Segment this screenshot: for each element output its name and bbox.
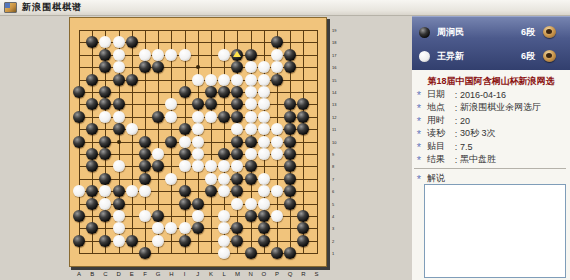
- white-stone: [245, 98, 257, 110]
- black-stone: [99, 98, 111, 110]
- white-stone: [113, 222, 125, 234]
- black-stone: [231, 185, 243, 197]
- info-row: *用时:20: [414, 114, 568, 127]
- col-coordinate-label: Q: [285, 271, 295, 277]
- white-stone: [165, 222, 177, 234]
- info-value: 新浪围棋业余网选厅: [460, 101, 568, 114]
- go-board-icon: [4, 2, 17, 13]
- black-stone: [139, 148, 151, 160]
- white-stone: [99, 198, 111, 210]
- black-stone: [271, 247, 283, 259]
- white-stone: [179, 136, 191, 148]
- black-stone: [86, 36, 98, 48]
- black-stone: [231, 235, 243, 247]
- black-stone: [99, 173, 111, 185]
- last-move-marker-icon: [233, 51, 241, 57]
- black-stone: [284, 247, 296, 259]
- info-value: 7.5: [460, 142, 568, 152]
- black-stone: [113, 98, 125, 110]
- black-stone: [231, 61, 243, 73]
- black-stone: [99, 49, 111, 61]
- white-stone: [126, 185, 138, 197]
- grid-line-vertical: [317, 30, 318, 254]
- black-stone: [126, 74, 138, 86]
- star-point: [196, 65, 200, 69]
- info-colon: :: [452, 129, 460, 139]
- black-stone: [297, 111, 309, 123]
- black-stone: [284, 198, 296, 210]
- bullet-icon: *: [414, 174, 424, 184]
- white-stone: [165, 173, 177, 185]
- info-value: 30秒 3次: [460, 127, 568, 140]
- black-stone: [139, 136, 151, 148]
- white-stone: [218, 185, 230, 197]
- white-stone: [113, 61, 125, 73]
- black-stone: [86, 74, 98, 86]
- row-coordinate-label: 7: [332, 177, 342, 182]
- col-coordinate-label: R: [298, 271, 308, 277]
- bullet-icon: *: [414, 129, 424, 139]
- separator-line: [414, 168, 566, 169]
- info-rows: *日期:2016-04-16*地点:新浪围棋业余网选厅*用时:20*读秒:30秒…: [414, 88, 568, 166]
- commentary-box[interactable]: [424, 184, 566, 278]
- black-stone: [86, 160, 98, 172]
- black-stone: [205, 185, 217, 197]
- black-stone: [99, 210, 111, 222]
- row-coordinate-label: 6: [332, 189, 342, 194]
- grid-line-horizontal: [79, 179, 318, 180]
- white-stone: [139, 49, 151, 61]
- black-stone: [284, 61, 296, 73]
- black-stone: [113, 123, 125, 135]
- row-coordinate-label: 3: [332, 226, 342, 231]
- white-stone: [126, 123, 138, 135]
- white-stone: [271, 148, 283, 160]
- white-stone: [271, 49, 283, 61]
- black-stone: [192, 98, 204, 110]
- black-stone: [139, 160, 151, 172]
- white-stone: [192, 123, 204, 135]
- black-stone: [297, 210, 309, 222]
- white-stone: [113, 49, 125, 61]
- black-stone: [152, 61, 164, 73]
- white-stone: [152, 49, 164, 61]
- white-stone: [231, 123, 243, 135]
- white-stone: [205, 111, 217, 123]
- info-row: *日期:2016-04-16: [414, 88, 568, 101]
- white-stone: [258, 123, 270, 135]
- black-stone: [73, 235, 85, 247]
- white-stone: [258, 173, 270, 185]
- black-stone: [284, 148, 296, 160]
- bullet-icon: *: [414, 116, 424, 126]
- col-coordinate-label: B: [87, 271, 97, 277]
- white-stone: [205, 173, 217, 185]
- black-stone: [126, 235, 138, 247]
- black-stone: [86, 148, 98, 160]
- black-stone: [165, 136, 177, 148]
- white-stone: [179, 49, 191, 61]
- white-stone: [192, 74, 204, 86]
- row-coordinate-label: 12: [332, 115, 342, 120]
- black-stone: [179, 185, 191, 197]
- black-stone: [284, 136, 296, 148]
- white-stone: [218, 210, 230, 222]
- black-stone: [297, 235, 309, 247]
- white-stone: [231, 198, 243, 210]
- info-row: *贴目:7.5: [414, 140, 568, 153]
- grid-line-vertical: [211, 30, 212, 254]
- info-colon: :: [452, 103, 460, 113]
- white-stone: [245, 198, 257, 210]
- white-stone: [152, 235, 164, 247]
- white-stone: [258, 198, 270, 210]
- white-stone: [179, 160, 191, 172]
- black-stone: [86, 123, 98, 135]
- white-stone: [231, 160, 243, 172]
- black-stone: [297, 222, 309, 234]
- black-stone: [86, 198, 98, 210]
- bullet-icon: *: [414, 90, 424, 100]
- black-stone: [99, 148, 111, 160]
- white-stone: [165, 111, 177, 123]
- black-stone: [205, 98, 217, 110]
- white-stone: [99, 36, 111, 48]
- col-coordinate-label: E: [127, 271, 137, 277]
- black-stone: [99, 61, 111, 73]
- white-stone: [258, 148, 270, 160]
- black-stone: [245, 136, 257, 148]
- white-player-rank: 6段: [521, 50, 535, 63]
- col-coordinate-label: N: [246, 271, 256, 277]
- black-stone: [231, 148, 243, 160]
- row-coordinate-label: 9: [332, 152, 342, 157]
- black-stone: [284, 111, 296, 123]
- black-stone: [231, 173, 243, 185]
- white-stone: [99, 185, 111, 197]
- white-stone: [245, 148, 257, 160]
- white-stone: [271, 185, 283, 197]
- row-coordinate-label: 15: [332, 78, 342, 83]
- black-stone: [245, 247, 257, 259]
- white-stone: [192, 111, 204, 123]
- white-stone: [258, 111, 270, 123]
- white-stone: [218, 247, 230, 259]
- white-stone: [258, 98, 270, 110]
- black-stone: [139, 173, 151, 185]
- black-stone: [73, 86, 85, 98]
- white-player-name: 王异新: [437, 50, 521, 63]
- black-stone: [258, 210, 270, 222]
- row-coordinate-label: 17: [332, 53, 342, 58]
- black-stone: [284, 49, 296, 61]
- white-stone: [179, 222, 191, 234]
- black-stone: [218, 111, 230, 123]
- black-stone: [284, 98, 296, 110]
- black-stone: [284, 160, 296, 172]
- black-stone: [231, 111, 243, 123]
- black-stone: [179, 123, 191, 135]
- col-coordinate-label: G: [153, 271, 163, 277]
- black-stone: [179, 198, 191, 210]
- info-label: 贴目: [427, 140, 452, 153]
- black-stone: [258, 235, 270, 247]
- col-coordinate-label: D: [114, 271, 124, 277]
- white-stone: [113, 36, 125, 48]
- black-stone: [113, 74, 125, 86]
- board-shadow-bottom: [71, 267, 330, 270]
- black-stone: [113, 185, 125, 197]
- window-title: 新浪围棋棋谱: [22, 1, 82, 14]
- black-stone: [99, 86, 111, 98]
- board-shadow-right: [327, 19, 330, 269]
- info-colon: :: [452, 142, 460, 152]
- info-value: 20: [460, 116, 568, 126]
- black-stone: [271, 74, 283, 86]
- white-stone: [205, 160, 217, 172]
- info-row: *结果:黑中盘胜: [414, 153, 568, 166]
- black-stone: [113, 198, 125, 210]
- row-coordinate-label: 1: [332, 251, 342, 256]
- black-stone: [218, 86, 230, 98]
- black-stone: [245, 49, 257, 61]
- white-stone: [271, 123, 283, 135]
- white-stone: [205, 74, 217, 86]
- black-stone: [86, 185, 98, 197]
- row-coordinate-label: 13: [332, 102, 342, 107]
- black-stone-icon: [419, 27, 430, 38]
- white-stone: [231, 74, 243, 86]
- white-player-row: 王异新 6段: [412, 46, 570, 66]
- col-coordinate-label: L: [219, 271, 229, 277]
- black-stone: [218, 148, 230, 160]
- black-stone: [297, 98, 309, 110]
- black-stone: [258, 222, 270, 234]
- row-coordinate-label: 8: [332, 164, 342, 169]
- row-coordinate-label: 11: [332, 127, 342, 132]
- black-stone: [284, 123, 296, 135]
- col-coordinate-label: I: [180, 271, 190, 277]
- black-stone: [126, 36, 138, 48]
- white-stone: [245, 61, 257, 73]
- white-stone: [113, 210, 125, 222]
- black-stone: [179, 235, 191, 247]
- black-stone: [86, 98, 98, 110]
- white-stone: [152, 148, 164, 160]
- col-coordinate-label: S: [312, 271, 322, 277]
- white-stone: [139, 210, 151, 222]
- col-coordinate-label: M: [232, 271, 242, 277]
- white-stone: [258, 61, 270, 73]
- black-player-rank: 6段: [521, 26, 535, 39]
- black-player-row: 周涧民 6段: [412, 22, 570, 42]
- white-stone: [152, 222, 164, 234]
- black-stone: [152, 160, 164, 172]
- black-stone: [231, 222, 243, 234]
- go-bowl-icon[interactable]: [543, 26, 556, 38]
- black-stone: [192, 222, 204, 234]
- white-stone: [258, 74, 270, 86]
- white-stone: [192, 136, 204, 148]
- white-stone: [73, 185, 85, 197]
- black-stone: [284, 185, 296, 197]
- row-coordinate-label: 19: [332, 28, 342, 33]
- col-coordinate-label: K: [206, 271, 216, 277]
- black-stone: [231, 98, 243, 110]
- black-stone: [73, 136, 85, 148]
- info-row: *读秒:30秒 3次: [414, 127, 568, 140]
- info-label: 读秒: [427, 127, 452, 140]
- info-colon: :: [452, 116, 460, 126]
- white-stone: [218, 173, 230, 185]
- event-title: 第18届中国阿含桐山杯新浪网选: [412, 75, 570, 88]
- players-panel: 周涧民 6段 王异新 6段: [412, 16, 570, 71]
- row-coordinate-label: 4: [332, 214, 342, 219]
- black-stone: [73, 111, 85, 123]
- black-stone: [231, 136, 243, 148]
- col-coordinate-label: O: [259, 271, 269, 277]
- black-stone: [139, 61, 151, 73]
- info-row: *地点:新浪围棋业余网选厅: [414, 101, 568, 114]
- black-stone: [205, 86, 217, 98]
- black-stone: [86, 222, 98, 234]
- white-stone: [192, 148, 204, 160]
- white-stone: [218, 160, 230, 172]
- bullet-icon: *: [414, 142, 424, 152]
- white-stone: [218, 222, 230, 234]
- black-player-name: 周涧民: [437, 26, 521, 39]
- info-label: 地点: [427, 101, 452, 114]
- white-stone: [192, 210, 204, 222]
- black-stone: [99, 136, 111, 148]
- white-stone: [113, 160, 125, 172]
- black-stone: [73, 210, 85, 222]
- white-stone: [245, 123, 257, 135]
- black-stone: [139, 247, 151, 259]
- white-stone: [271, 210, 283, 222]
- black-stone: [271, 36, 283, 48]
- black-stone: [245, 173, 257, 185]
- col-coordinate-label: P: [272, 271, 282, 277]
- white-stone: [245, 86, 257, 98]
- white-stone: [258, 86, 270, 98]
- go-bowl-icon[interactable]: [543, 50, 556, 62]
- black-stone: [99, 235, 111, 247]
- col-coordinate-label: A: [74, 271, 84, 277]
- white-stone: [113, 235, 125, 247]
- white-stone: [113, 111, 125, 123]
- go-board[interactable]: [69, 17, 327, 267]
- col-coordinate-label: F: [140, 271, 150, 277]
- row-coordinate-label: 14: [332, 90, 342, 95]
- white-stone: [258, 136, 270, 148]
- col-coordinate-label: C: [100, 271, 110, 277]
- black-stone: [152, 111, 164, 123]
- row-coordinate-label: 5: [332, 202, 342, 207]
- bullet-icon: *: [414, 155, 424, 165]
- white-stone: [245, 111, 257, 123]
- white-stone: [192, 160, 204, 172]
- white-stone-icon: [419, 51, 430, 62]
- row-coordinate-label: 18: [332, 40, 342, 45]
- row-coordinate-label: 10: [332, 140, 342, 145]
- white-stone: [165, 49, 177, 61]
- info-value: 黑中盘胜: [460, 153, 568, 166]
- black-stone: [245, 210, 257, 222]
- col-coordinate-label: H: [166, 271, 176, 277]
- black-stone: [179, 148, 191, 160]
- white-stone: [99, 111, 111, 123]
- black-stone: [284, 173, 296, 185]
- black-stone: [192, 198, 204, 210]
- bullet-icon: *: [414, 103, 424, 113]
- col-coordinate-label: J: [193, 271, 203, 277]
- white-stone: [271, 136, 283, 148]
- white-stone: [165, 98, 177, 110]
- white-stone: [218, 49, 230, 61]
- black-stone: [231, 86, 243, 98]
- star-point: [117, 140, 121, 144]
- white-stone: [139, 185, 151, 197]
- row-coordinate-label: 16: [332, 65, 342, 70]
- info-value: 2016-04-16: [460, 90, 568, 100]
- info-label: 结果: [427, 153, 452, 166]
- black-stone: [152, 210, 164, 222]
- white-stone: [271, 61, 283, 73]
- white-stone: [245, 74, 257, 86]
- black-stone: [179, 86, 191, 98]
- black-stone: [245, 160, 257, 172]
- white-stone: [218, 235, 230, 247]
- info-label: 用时: [427, 114, 452, 127]
- info-label: 日期: [427, 88, 452, 101]
- white-stone: [218, 74, 230, 86]
- window-title-bar: 新浪围棋棋谱: [0, 0, 570, 16]
- black-stone: [297, 123, 309, 135]
- white-stone: [258, 185, 270, 197]
- row-coordinate-label: 2: [332, 239, 342, 244]
- info-colon: :: [452, 90, 460, 100]
- info-colon: :: [452, 155, 460, 165]
